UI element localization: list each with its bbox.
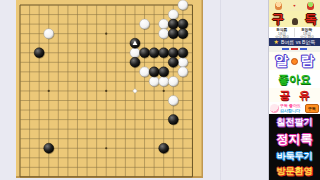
black-stone bbox=[168, 115, 178, 125]
subscribe-char-left: 구 bbox=[272, 11, 284, 27]
black-stone bbox=[149, 67, 159, 77]
white-stone bbox=[178, 67, 188, 77]
gutter-divider bbox=[220, 0, 221, 180]
white-stone bbox=[159, 19, 169, 29]
slogan-3: 바둑두기 bbox=[269, 152, 320, 161]
subscribe-figure-icon bbox=[292, 18, 298, 25]
info-divider bbox=[294, 28, 295, 37]
white-stone bbox=[159, 76, 169, 86]
sidebar-panel: ♥ 구 독 B여름 18급 승0 패0 B없둑 18급 승0 패0 ★ B여름 … bbox=[268, 0, 320, 180]
white-stone bbox=[44, 29, 54, 39]
black-stone bbox=[168, 29, 178, 39]
black-stone bbox=[149, 48, 159, 58]
alarm-char-left: 알 bbox=[275, 52, 288, 70]
white-stone bbox=[149, 76, 159, 86]
black-stone bbox=[168, 19, 178, 29]
white-stone bbox=[140, 19, 150, 29]
mascot-banner: ♥ bbox=[269, 0, 320, 11]
alarm-char-right: 람 bbox=[301, 52, 314, 70]
cta-text: 구독 좋아요 감사합니다 bbox=[280, 103, 304, 113]
black-stone bbox=[168, 57, 178, 67]
cta-line2: 감사합니다 bbox=[280, 108, 304, 113]
player-info-box: B여름 18급 승0 패0 B없둑 18급 승0 패0 bbox=[269, 27, 320, 38]
black-stone bbox=[178, 29, 188, 39]
white-stone bbox=[140, 67, 150, 77]
white-stone bbox=[159, 29, 169, 39]
like-text: 좋아요 bbox=[278, 72, 311, 87]
white-stone bbox=[178, 0, 188, 10]
bell-icon bbox=[291, 58, 298, 65]
slogan-block: 칠전팔기 정지록 바둑두기 방문환영 bbox=[269, 114, 320, 180]
white-stone bbox=[168, 10, 178, 20]
hoshi-point bbox=[163, 90, 165, 92]
white-stone bbox=[168, 96, 178, 106]
black-stone bbox=[140, 48, 150, 58]
like-banner[interactable]: 좋아요 bbox=[269, 70, 320, 88]
player-right-info: B없둑 18급 승0 패0 bbox=[296, 28, 318, 37]
cta-row: 구독 좋아요 감사합니다 구독 bbox=[269, 102, 320, 114]
mascot-person-icon bbox=[275, 2, 282, 10]
mascot-dino-icon bbox=[307, 2, 314, 10]
board-right-edge bbox=[202, 0, 204, 178]
black-stone bbox=[34, 48, 44, 58]
black-stone bbox=[159, 143, 169, 153]
cta-face-icon bbox=[270, 104, 279, 113]
alarm-banner[interactable]: 알 람 bbox=[269, 52, 320, 70]
video-frame: ♥ 구 독 B여름 18급 승0 패0 B없둑 18급 승0 패0 ★ B여름 … bbox=[0, 0, 320, 180]
white-stone bbox=[130, 48, 140, 58]
accent-dash bbox=[282, 48, 289, 50]
black-stone bbox=[178, 48, 188, 58]
slogan-2: 정지록 bbox=[269, 133, 320, 145]
slogan-1: 칠전팔기 bbox=[269, 118, 320, 127]
slogan-4: 방문환영 bbox=[269, 167, 320, 176]
black-stone bbox=[159, 48, 169, 58]
white-stone bbox=[168, 76, 178, 86]
black-stone bbox=[130, 57, 140, 67]
trophy-icon: ★ bbox=[274, 38, 279, 46]
share-banner[interactable]: 공 유 bbox=[269, 88, 320, 102]
subscribe-banner[interactable]: 구 독 bbox=[269, 11, 320, 27]
black-stone bbox=[168, 48, 178, 58]
accent-dash bbox=[291, 48, 298, 50]
accent-dash bbox=[300, 48, 307, 50]
cta-subscribe-button[interactable]: 구독 bbox=[305, 104, 319, 113]
player-left-info: B여름 18급 승0 패0 bbox=[271, 28, 293, 37]
hoshi-point bbox=[48, 90, 50, 92]
hoshi-point bbox=[105, 147, 107, 149]
black-stone bbox=[178, 19, 188, 29]
hoshi-point bbox=[105, 33, 107, 35]
white-stone bbox=[178, 57, 188, 67]
match-bar: ★ B여름 vs B없둑 bbox=[269, 38, 320, 46]
subscribe-char-right: 독 bbox=[305, 11, 317, 27]
board-layer bbox=[16, 0, 203, 178]
black-stone bbox=[159, 67, 169, 77]
banner-heart: ♥ bbox=[293, 3, 295, 8]
match-text: B여름 vs B없둑 bbox=[281, 38, 315, 46]
share-char-left: 공 bbox=[279, 88, 290, 102]
black-stone bbox=[44, 143, 54, 153]
hoshi-point bbox=[105, 90, 107, 92]
share-char-right: 유 bbox=[299, 88, 310, 102]
